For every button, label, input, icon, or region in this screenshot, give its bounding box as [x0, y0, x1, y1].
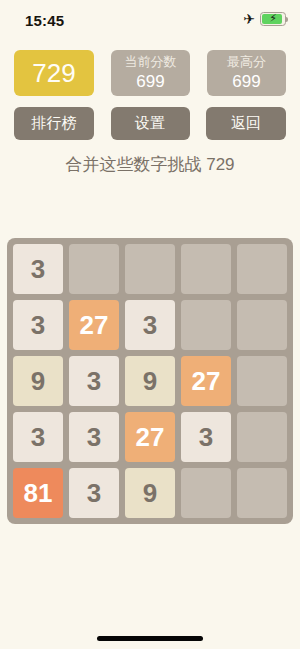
charging-bolt-icon: ⚡: [261, 11, 285, 25]
tile-9-r3c3: 9: [125, 356, 175, 406]
goal-tile-value: 729: [32, 58, 75, 89]
home-indicator[interactable]: [97, 636, 203, 641]
tile-3-r2c3: 3: [125, 300, 175, 350]
empty-cell-r5c5: [237, 468, 287, 518]
empty-cell-r3c5: [237, 356, 287, 406]
tile-3-r5c2: 3: [69, 468, 119, 518]
clock-time: 15:45: [25, 12, 64, 29]
tile-3-r3c2: 3: [69, 356, 119, 406]
battery-charging-icon: ⚡: [260, 12, 286, 26]
current-score-value: 699: [136, 71, 164, 92]
goal-tile: 729: [14, 50, 94, 96]
tile-3-r2c1: 3: [13, 300, 63, 350]
tile-9-r5c3: 9: [125, 468, 175, 518]
leaderboard-button[interactable]: 排行榜: [14, 107, 94, 140]
current-score-box: 当前分数 699: [111, 50, 190, 96]
tile-27-r2c2: 27: [69, 300, 119, 350]
tile-27-r4c3: 27: [125, 412, 175, 462]
current-score-label: 当前分数: [125, 54, 177, 70]
tile-81-r5c1: 81: [13, 468, 63, 518]
airplane-mode-icon: ✈: [243, 12, 255, 26]
tile-27-r3c4: 27: [181, 356, 231, 406]
empty-cell-r1c2: [69, 244, 119, 294]
status-icons: ✈ ⚡: [243, 12, 286, 26]
tile-9-r3c1: 9: [13, 356, 63, 406]
game-board[interactable]: 3327393927332738139: [7, 238, 293, 524]
tile-3-r4c4: 3: [181, 412, 231, 462]
best-score-label: 最高分: [227, 54, 266, 70]
tile-3-r1c1: 3: [13, 244, 63, 294]
empty-cell-r1c5: [237, 244, 287, 294]
tile-3-r4c2: 3: [69, 412, 119, 462]
settings-button[interactable]: 设置: [111, 107, 190, 140]
best-score-value: 699: [232, 71, 260, 92]
battery-cap: [286, 17, 288, 22]
status-bar: 15:45 ✈ ⚡: [0, 0, 300, 44]
empty-cell-r2c5: [237, 300, 287, 350]
challenge-subtitle: 合并这些数字挑战 729: [0, 153, 300, 176]
empty-cell-r5c4: [181, 468, 231, 518]
button-row: 排行榜 设置 返回: [14, 107, 286, 140]
back-button[interactable]: 返回: [206, 107, 286, 140]
empty-cell-r1c3: [125, 244, 175, 294]
empty-cell-r4c5: [237, 412, 287, 462]
tile-3-r4c1: 3: [13, 412, 63, 462]
header-row: 729 当前分数 699 最高分 699: [14, 50, 286, 96]
empty-cell-r1c4: [181, 244, 231, 294]
best-score-box: 最高分 699: [207, 50, 286, 96]
empty-cell-r2c4: [181, 300, 231, 350]
